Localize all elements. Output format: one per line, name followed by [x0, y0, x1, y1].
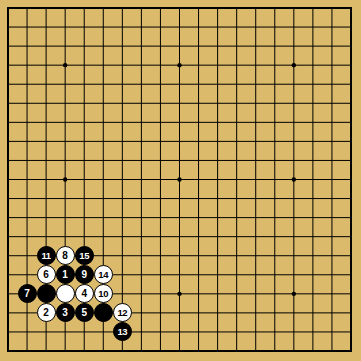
- stone-black-move-13: 13: [113, 322, 132, 341]
- stone-black-setup: [94, 303, 113, 322]
- stone-white-move-12: 12: [113, 303, 132, 322]
- stone-black-move-9: 9: [75, 265, 94, 284]
- stones-layer: 118156191474102351213: [0, 0, 361, 361]
- stone-black-move-7: 7: [18, 284, 37, 303]
- stone-black-move-1: 1: [56, 265, 75, 284]
- go-board-diagram: 118156191474102351213: [0, 0, 361, 361]
- stone-white-setup: [56, 284, 75, 303]
- stone-black-move-11: 11: [37, 246, 56, 265]
- stone-black-move-5: 5: [75, 303, 94, 322]
- stone-white-move-8: 8: [56, 246, 75, 265]
- stone-white-move-4: 4: [75, 284, 94, 303]
- stone-white-move-10: 10: [94, 284, 113, 303]
- stone-black-move-15: 15: [75, 246, 94, 265]
- stone-white-move-14: 14: [94, 265, 113, 284]
- stone-white-move-2: 2: [37, 303, 56, 322]
- stone-black-move-3: 3: [56, 303, 75, 322]
- stone-white-move-6: 6: [37, 265, 56, 284]
- stone-black-setup: [37, 284, 56, 303]
